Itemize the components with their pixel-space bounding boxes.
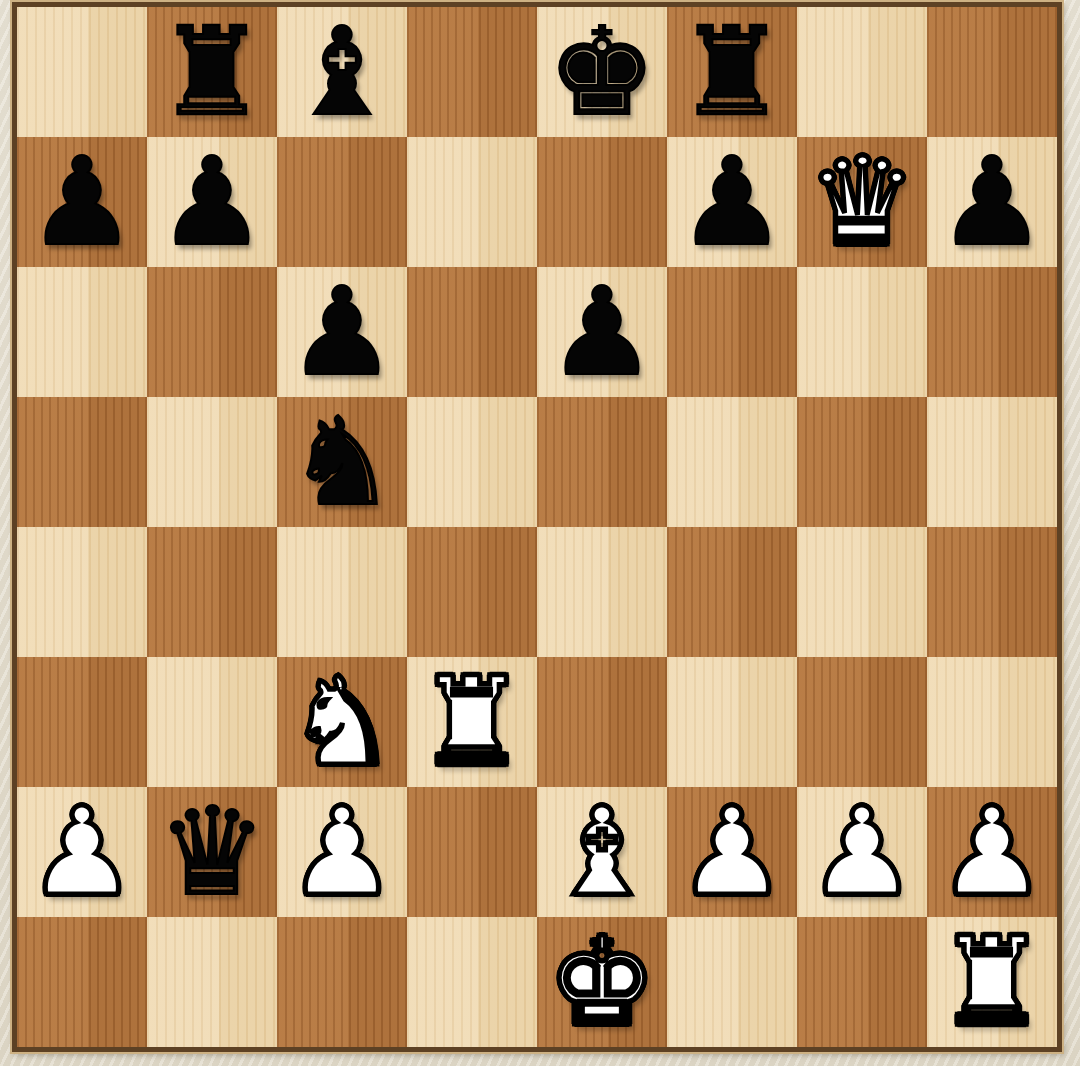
chess-board: ♜♝♚♜♟♟♟♛♟♟♟♞♞♜♟♛♟♝♟♟♟♚♜ [17, 7, 1057, 1047]
square-c4[interactable] [277, 527, 407, 657]
square-d2[interactable] [407, 787, 537, 917]
square-h2[interactable]: ♟ [927, 787, 1057, 917]
piece-white-rook-h1[interactable]: ♜ [927, 917, 1057, 1047]
square-f2[interactable]: ♟ [667, 787, 797, 917]
square-c5[interactable]: ♞ [277, 397, 407, 527]
square-f3[interactable] [667, 657, 797, 787]
square-a4[interactable] [17, 527, 147, 657]
square-f4[interactable] [667, 527, 797, 657]
square-b8[interactable]: ♜ [147, 7, 277, 137]
square-d1[interactable] [407, 917, 537, 1047]
square-g6[interactable] [797, 267, 927, 397]
square-a5[interactable] [17, 397, 147, 527]
square-c1[interactable] [277, 917, 407, 1047]
square-g2[interactable]: ♟ [797, 787, 927, 917]
square-a8[interactable] [17, 7, 147, 137]
piece-black-queen-b2[interactable]: ♛ [147, 787, 277, 917]
square-a1[interactable] [17, 917, 147, 1047]
square-e2[interactable]: ♝ [537, 787, 667, 917]
piece-black-king-e8[interactable]: ♚ [537, 7, 667, 137]
page-background: { "game": "chess", "view": { "orientatio… [0, 0, 1080, 1066]
piece-white-queen-g7[interactable]: ♛ [797, 137, 927, 267]
piece-white-pawn-c2[interactable]: ♟ [277, 787, 407, 917]
square-h6[interactable] [927, 267, 1057, 397]
piece-black-pawn-a7[interactable]: ♟ [17, 137, 147, 267]
piece-black-pawn-b7[interactable]: ♟ [147, 137, 277, 267]
square-h3[interactable] [927, 657, 1057, 787]
piece-black-pawn-c6[interactable]: ♟ [277, 267, 407, 397]
square-e4[interactable] [537, 527, 667, 657]
square-f7[interactable]: ♟ [667, 137, 797, 267]
piece-white-knight-c3[interactable]: ♞ [277, 657, 407, 787]
piece-white-king-e1[interactable]: ♚ [537, 917, 667, 1047]
square-e6[interactable]: ♟ [537, 267, 667, 397]
square-d6[interactable] [407, 267, 537, 397]
square-e8[interactable]: ♚ [537, 7, 667, 137]
piece-black-rook-f8[interactable]: ♜ [667, 7, 797, 137]
piece-black-rook-b8[interactable]: ♜ [147, 7, 277, 137]
square-g8[interactable] [797, 7, 927, 137]
square-h8[interactable] [927, 7, 1057, 137]
square-f1[interactable] [667, 917, 797, 1047]
square-b1[interactable] [147, 917, 277, 1047]
square-d7[interactable] [407, 137, 537, 267]
square-b6[interactable] [147, 267, 277, 397]
square-g3[interactable] [797, 657, 927, 787]
square-h4[interactable] [927, 527, 1057, 657]
square-f5[interactable] [667, 397, 797, 527]
piece-white-pawn-f2[interactable]: ♟ [667, 787, 797, 917]
piece-black-pawn-h7[interactable]: ♟ [927, 137, 1057, 267]
square-e1[interactable]: ♚ [537, 917, 667, 1047]
piece-white-pawn-g2[interactable]: ♟ [797, 787, 927, 917]
piece-black-knight-c5[interactable]: ♞ [277, 397, 407, 527]
square-h5[interactable] [927, 397, 1057, 527]
square-c7[interactable] [277, 137, 407, 267]
square-b2[interactable]: ♛ [147, 787, 277, 917]
square-e7[interactable] [537, 137, 667, 267]
square-c2[interactable]: ♟ [277, 787, 407, 917]
square-b7[interactable]: ♟ [147, 137, 277, 267]
square-d8[interactable] [407, 7, 537, 137]
square-b4[interactable] [147, 527, 277, 657]
piece-black-pawn-f7[interactable]: ♟ [667, 137, 797, 267]
square-f6[interactable] [667, 267, 797, 397]
piece-white-rook-d3[interactable]: ♜ [407, 657, 537, 787]
square-e3[interactable] [537, 657, 667, 787]
square-d3[interactable]: ♜ [407, 657, 537, 787]
square-g1[interactable] [797, 917, 927, 1047]
square-b5[interactable] [147, 397, 277, 527]
square-c8[interactable]: ♝ [277, 7, 407, 137]
square-g4[interactable] [797, 527, 927, 657]
square-d4[interactable] [407, 527, 537, 657]
piece-white-bishop-e2[interactable]: ♝ [537, 787, 667, 917]
piece-black-pawn-e6[interactable]: ♟ [537, 267, 667, 397]
square-g7[interactable]: ♛ [797, 137, 927, 267]
square-f8[interactable]: ♜ [667, 7, 797, 137]
square-e5[interactable] [537, 397, 667, 527]
square-h1[interactable]: ♜ [927, 917, 1057, 1047]
square-g5[interactable] [797, 397, 927, 527]
square-a6[interactable] [17, 267, 147, 397]
square-c3[interactable]: ♞ [277, 657, 407, 787]
square-a3[interactable] [17, 657, 147, 787]
piece-white-pawn-a2[interactable]: ♟ [17, 787, 147, 917]
piece-black-bishop-c8[interactable]: ♝ [277, 7, 407, 137]
square-h7[interactable]: ♟ [927, 137, 1057, 267]
square-d5[interactable] [407, 397, 537, 527]
square-a2[interactable]: ♟ [17, 787, 147, 917]
square-a7[interactable]: ♟ [17, 137, 147, 267]
square-c6[interactable]: ♟ [277, 267, 407, 397]
square-b3[interactable] [147, 657, 277, 787]
piece-white-pawn-h2[interactable]: ♟ [927, 787, 1057, 917]
board-frame: ♜♝♚♜♟♟♟♛♟♟♟♞♞♜♟♛♟♝♟♟♟♚♜ [12, 2, 1062, 1052]
